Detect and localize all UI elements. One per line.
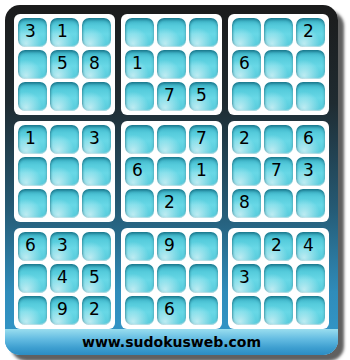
sudoku-cell[interactable]: 9 (50, 296, 79, 325)
sudoku-cell[interactable] (82, 189, 111, 218)
sudoku-cell[interactable]: 3 (82, 125, 111, 154)
sudoku-cell[interactable] (232, 82, 261, 111)
sudoku-cell[interactable]: 1 (125, 50, 154, 79)
sudoku-cell[interactable]: 1 (189, 157, 218, 186)
sudoku-cell[interactable] (50, 189, 79, 218)
sudoku-box: 634592 (14, 228, 115, 329)
sudoku-cell-value: 2 (303, 23, 314, 40)
sudoku-cell[interactable]: 2 (157, 189, 186, 218)
sudoku-cell[interactable]: 6 (157, 296, 186, 325)
sudoku-cell[interactable] (264, 125, 293, 154)
sudoku-cell[interactable] (296, 264, 325, 293)
sudoku-cell[interactable] (82, 232, 111, 261)
sudoku-cell[interactable]: 6 (232, 50, 261, 79)
sudoku-cell[interactable]: 5 (50, 50, 79, 79)
sudoku-cell[interactable] (125, 82, 154, 111)
sudoku-cell[interactable] (125, 189, 154, 218)
sudoku-cell[interactable] (296, 296, 325, 325)
sudoku-cell[interactable] (157, 50, 186, 79)
sudoku-cell[interactable] (125, 296, 154, 325)
sudoku-cell-value: 7 (271, 162, 282, 179)
sudoku-cell[interactable]: 7 (264, 157, 293, 186)
sudoku-cell[interactable] (232, 296, 261, 325)
sudoku-cell[interactable] (296, 189, 325, 218)
sudoku-cell[interactable] (18, 264, 47, 293)
sudoku-box: 3158 (14, 14, 115, 115)
sudoku-cell[interactable] (264, 189, 293, 218)
sudoku-cell[interactable] (189, 232, 218, 261)
sudoku-cell[interactable]: 3 (50, 232, 79, 261)
sudoku-cell-value: 4 (303, 237, 314, 254)
sudoku-cell[interactable] (296, 82, 325, 111)
sudoku-cell[interactable]: 6 (125, 157, 154, 186)
sudoku-cell-value: 5 (196, 87, 207, 104)
sudoku-cell-value: 3 (89, 130, 100, 147)
sudoku-cell[interactable] (264, 50, 293, 79)
sudoku-cell[interactable] (232, 157, 261, 186)
sudoku-cell[interactable]: 2 (232, 125, 261, 154)
sudoku-cell-value: 2 (271, 237, 282, 254)
sudoku-cell-value: 3 (57, 237, 68, 254)
sudoku-cell[interactable] (189, 50, 218, 79)
sudoku-cell-value: 1 (57, 23, 68, 40)
sudoku-box: 7612 (121, 121, 222, 222)
sudoku-cell[interactable] (18, 296, 47, 325)
sudoku-cell[interactable]: 7 (189, 125, 218, 154)
sudoku-cell-value: 2 (239, 130, 250, 147)
sudoku-cell-value: 9 (57, 301, 68, 318)
sudoku-cell[interactable] (264, 82, 293, 111)
sudoku-cell[interactable]: 2 (82, 296, 111, 325)
sudoku-cell-value: 1 (132, 55, 143, 72)
sudoku-cell-value: 3 (25, 23, 36, 40)
sudoku-cell-value: 2 (89, 301, 100, 318)
sudoku-cell[interactable] (50, 82, 79, 111)
sudoku-cell[interactable]: 5 (189, 82, 218, 111)
sudoku-cell-value: 3 (303, 162, 314, 179)
sudoku-cell-value: 3 (239, 269, 250, 286)
sudoku-cell[interactable] (18, 50, 47, 79)
site-url: www.sudokusweb.com (5, 329, 338, 355)
sudoku-cell[interactable] (157, 157, 186, 186)
sudoku-cell-value: 6 (303, 130, 314, 147)
sudoku-cell-value: 7 (196, 130, 207, 147)
sudoku-cell[interactable] (232, 232, 261, 261)
sudoku-cell-value: 5 (89, 269, 100, 286)
sudoku-cell[interactable] (125, 125, 154, 154)
sudoku-cell[interactable] (157, 125, 186, 154)
sudoku-cell[interactable] (157, 264, 186, 293)
sudoku-cell[interactable]: 1 (18, 125, 47, 154)
sudoku-cell[interactable]: 2 (264, 232, 293, 261)
sudoku-cell-value: 7 (164, 87, 175, 104)
sudoku-cell-value: 1 (196, 162, 207, 179)
sudoku-cell[interactable]: 8 (82, 50, 111, 79)
sudoku-cell[interactable] (82, 157, 111, 186)
sudoku-cell[interactable]: 3 (232, 264, 261, 293)
sudoku-cell[interactable]: 7 (157, 82, 186, 111)
sudoku-box: 26 (228, 14, 329, 115)
sudoku-box: 175 (121, 14, 222, 115)
sudoku-cell[interactable]: 8 (232, 189, 261, 218)
sudoku-cell[interactable]: 4 (50, 264, 79, 293)
sudoku-cell[interactable]: 6 (18, 232, 47, 261)
sudoku-cell[interactable] (50, 157, 79, 186)
sudoku-box: 96 (121, 228, 222, 329)
sudoku-cell-value: 8 (239, 194, 250, 211)
sudoku-cell-value: 6 (239, 55, 250, 72)
sudoku-cell[interactable] (82, 82, 111, 111)
sudoku-cell[interactable] (232, 18, 261, 47)
sudoku-cell-value: 6 (25, 237, 36, 254)
sudoku-cell[interactable] (18, 189, 47, 218)
sudoku-cell-value: 1 (25, 130, 36, 147)
sudoku-cell[interactable] (264, 296, 293, 325)
sudoku-cell[interactable] (18, 157, 47, 186)
sudoku-board: 3158175261376122673863459296243 (14, 14, 329, 329)
sudoku-cell[interactable]: 4 (296, 232, 325, 261)
sudoku-cell[interactable] (189, 296, 218, 325)
sudoku-cell[interactable]: 3 (18, 18, 47, 47)
sudoku-cell[interactable]: 3 (296, 157, 325, 186)
sudoku-cell[interactable] (189, 264, 218, 293)
sudoku-box: 13 (14, 121, 115, 222)
sudoku-cell-value: 9 (164, 237, 175, 254)
sudoku-cell[interactable] (264, 264, 293, 293)
sudoku-cell[interactable]: 9 (157, 232, 186, 261)
sudoku-cell[interactable] (264, 18, 293, 47)
sudoku-cell[interactable]: 5 (82, 264, 111, 293)
sudoku-cell[interactable]: 2 (296, 18, 325, 47)
sudoku-cell[interactable] (125, 18, 154, 47)
sudoku-cell[interactable] (50, 125, 79, 154)
sudoku-cell-value: 6 (132, 162, 143, 179)
sudoku-frame: 3158175261376122673863459296243 www.sudo… (5, 5, 338, 355)
sudoku-cell[interactable] (125, 264, 154, 293)
sudoku-box: 26738 (228, 121, 329, 222)
sudoku-box: 243 (228, 228, 329, 329)
sudoku-cell[interactable] (82, 18, 111, 47)
sudoku-cell-value: 5 (57, 55, 68, 72)
sudoku-cell[interactable]: 1 (50, 18, 79, 47)
sudoku-cell-value: 4 (57, 269, 68, 286)
sudoku-cell-value: 8 (89, 55, 100, 72)
sudoku-cell[interactable] (189, 18, 218, 47)
sudoku-cell[interactable] (157, 18, 186, 47)
sudoku-cell-value: 6 (164, 301, 175, 318)
sudoku-cell[interactable]: 6 (296, 125, 325, 154)
sudoku-cell[interactable] (189, 189, 218, 218)
sudoku-cell[interactable] (125, 232, 154, 261)
sudoku-cell-value: 2 (164, 194, 175, 211)
sudoku-cell[interactable] (296, 50, 325, 79)
sudoku-cell[interactable] (18, 82, 47, 111)
